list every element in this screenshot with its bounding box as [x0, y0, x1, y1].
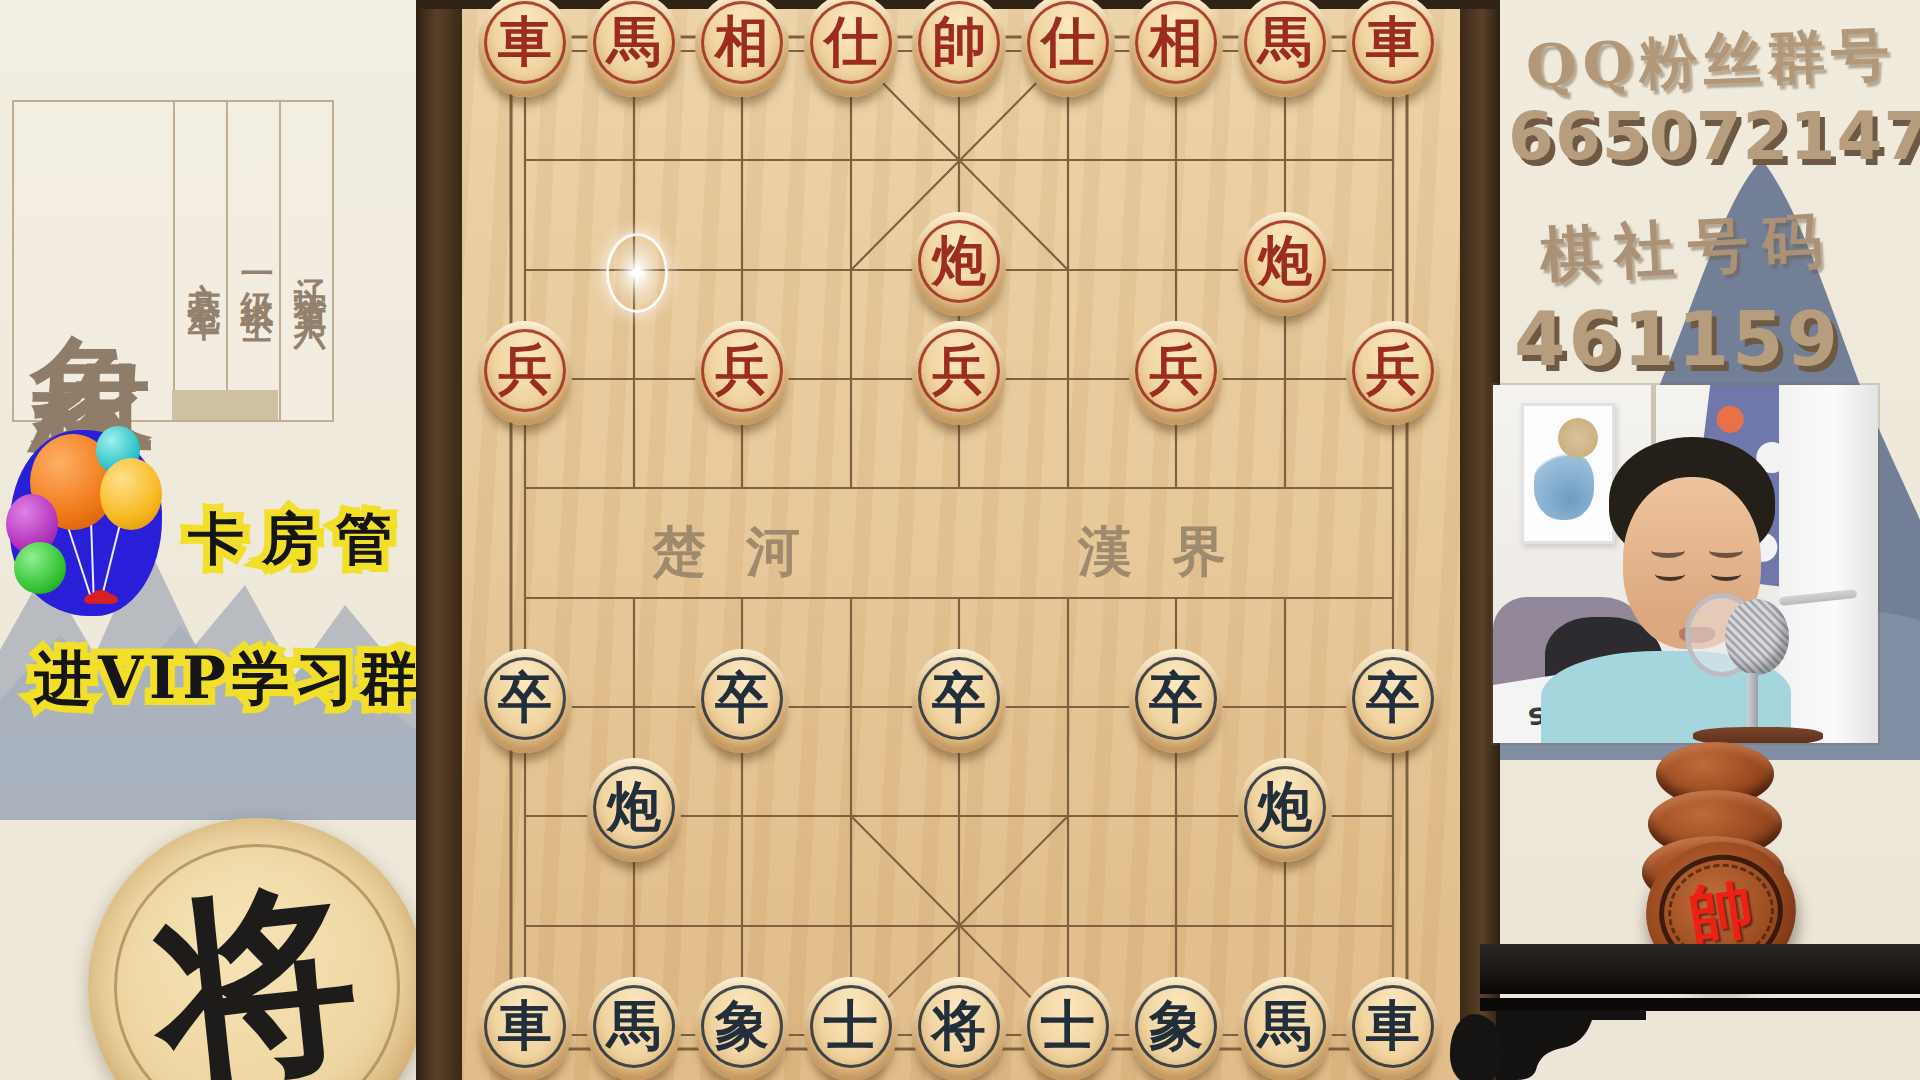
river-label-chu: 楚河: [652, 516, 840, 576]
balloons-clipart: [4, 424, 174, 624]
piece-black-soldier[interactable]: 卒: [1346, 649, 1440, 753]
piece-black-chariot[interactable]: 車: [478, 977, 572, 1080]
piece-black-cannon[interactable]: 炮: [1238, 758, 1332, 862]
closed-eye: [1655, 567, 1685, 581]
closed-eye: [1711, 567, 1741, 581]
piece-black-king[interactable]: 将: [912, 977, 1006, 1080]
piece-red-soldier[interactable]: 兵: [478, 321, 572, 425]
microphone-icon: [1725, 599, 1789, 675]
promo-text-vip-group: 进VIP学习群 进VIP学习群: [34, 640, 424, 718]
credential-column: 辽宁省第六: [279, 102, 332, 420]
xiangqi-board[interactable]: 楚河 漢界 車馬相仕帥仕相馬車炮炮兵兵兵兵兵卒卒卒卒卒炮炮車馬象士将士象馬車: [416, 0, 1500, 1080]
wall-picture: [1521, 403, 1615, 544]
piece-black-horse[interactable]: 馬: [1238, 977, 1332, 1080]
left-overlay-panel: 象棋 辽宁省第六 一级棋士 六县冠军 卡房管 卡房管 进VIP学习: [0, 0, 416, 1080]
piece-black-elephant[interactable]: 象: [1129, 977, 1223, 1080]
webcam-video: sr: [1493, 385, 1878, 743]
piece-black-elephant[interactable]: 象: [695, 977, 789, 1080]
black-table-edge: [1480, 944, 1920, 994]
last-move-origin-marker: [606, 233, 668, 313]
piece-black-cannon[interactable]: 炮: [587, 758, 681, 862]
balloon: [14, 542, 66, 594]
piece-red-soldier[interactable]: 兵: [1346, 321, 1440, 425]
promo-text-room-admin: 卡房管 卡房管: [188, 502, 410, 578]
qq-group-number: 665072147: [1508, 98, 1920, 175]
mic-wood-base: [1693, 727, 1823, 743]
piece-black-soldier[interactable]: 卒: [478, 649, 572, 753]
river-label-han: 漢界: [1078, 516, 1266, 576]
balloon: [100, 458, 162, 530]
qq-group-label: QQ粉丝群号: [1525, 16, 1897, 107]
chess-club-number: 461159: [1514, 296, 1841, 382]
credential-column: 一级棋士: [226, 102, 279, 420]
brand-box: 象棋 辽宁省第六 一级棋士 六县冠军: [12, 100, 334, 422]
piece-black-advisor[interactable]: 士: [804, 977, 898, 1080]
mic-stand: [1747, 673, 1758, 731]
ribbon-bow: [90, 590, 112, 604]
piece-black-horse[interactable]: 馬: [587, 977, 681, 1080]
credential-column: 六县冠军: [173, 102, 226, 420]
piece-red-soldier[interactable]: 兵: [695, 321, 789, 425]
table-leg-ornament: [1450, 1014, 1502, 1080]
chess-club-label: 棋社号码: [1538, 200, 1838, 296]
stream-layout: 象棋 辽宁省第六 一级棋士 六县冠军 卡房管 卡房管 进VIP学习: [0, 0, 1920, 1080]
piece-red-cannon[interactable]: 炮: [912, 212, 1006, 316]
brand-title: 象棋: [14, 102, 172, 420]
piece-red-cannon[interactable]: 炮: [1238, 212, 1332, 316]
piece-black-advisor[interactable]: 士: [1021, 977, 1115, 1080]
piece-black-soldier[interactable]: 卒: [1129, 649, 1223, 753]
credential-highlight-block: [172, 390, 278, 420]
table-carving: [1496, 1010, 1646, 1080]
piece-black-soldier[interactable]: 卒: [912, 649, 1006, 753]
piece-black-soldier[interactable]: 卒: [695, 649, 789, 753]
board-grid: [416, 0, 1500, 1080]
fridge: [1779, 385, 1878, 743]
piece-red-soldier[interactable]: 兵: [912, 321, 1006, 425]
jiang-piece-graphic: 将: [88, 818, 426, 1080]
piece-red-soldier[interactable]: 兵: [1129, 321, 1223, 425]
credential-columns: 辽宁省第六 一级棋士 六县冠军: [172, 102, 332, 420]
piece-black-chariot[interactable]: 車: [1346, 977, 1440, 1080]
